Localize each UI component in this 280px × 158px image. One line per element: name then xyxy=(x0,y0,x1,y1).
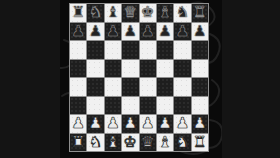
square-g3[interactable] xyxy=(174,97,190,115)
square-e1[interactable]: ♛ xyxy=(140,134,156,152)
black-pawn-piece: ♟ xyxy=(124,23,137,38)
black-rook-piece: ♜ xyxy=(193,5,206,20)
black-bishop-piece: ♝ xyxy=(106,5,119,20)
square-h6[interactable] xyxy=(192,41,208,59)
square-g5[interactable] xyxy=(174,60,190,78)
square-g1[interactable]: ♞ xyxy=(174,134,190,152)
square-a5[interactable] xyxy=(70,60,86,78)
square-c7[interactable]: ♟ xyxy=(105,23,121,41)
black-king-piece: ♚ xyxy=(141,5,154,20)
square-e2[interactable]: ♟ xyxy=(140,115,156,133)
square-b7[interactable]: ♟ xyxy=(87,23,103,41)
square-d5[interactable] xyxy=(122,60,138,78)
square-a1[interactable]: ♜ xyxy=(70,134,86,152)
square-b4[interactable] xyxy=(87,78,103,96)
white-king-piece: ♚ xyxy=(124,134,137,149)
square-f1[interactable]: ♝ xyxy=(157,134,173,152)
square-f2[interactable]: ♟ xyxy=(157,115,173,133)
square-c8[interactable]: ♝ xyxy=(105,4,121,22)
square-d8[interactable]: ♛ xyxy=(122,4,138,22)
square-f8[interactable]: ♝ xyxy=(157,4,173,22)
square-e6[interactable] xyxy=(140,41,156,59)
black-pawn-piece: ♟ xyxy=(158,23,171,38)
square-a8[interactable]: ♜ xyxy=(70,4,86,22)
square-c3[interactable] xyxy=(105,97,121,115)
square-c1[interactable]: ♝ xyxy=(105,134,121,152)
white-queen-piece: ♛ xyxy=(141,134,154,149)
white-pawn-piece: ♟ xyxy=(89,116,102,131)
square-c5[interactable] xyxy=(105,60,121,78)
chess-board: ♜♞♝♛♚♝♞♜♟♟♟♟♟♟♟♟♟♟♟♟♟♟♟♟♜♞♝♚♛♝♞♜ xyxy=(69,3,209,152)
square-e3[interactable] xyxy=(140,97,156,115)
square-b1[interactable]: ♞ xyxy=(87,134,103,152)
square-h8[interactable]: ♜ xyxy=(192,4,208,22)
square-d3[interactable] xyxy=(122,97,138,115)
square-g2[interactable]: ♟ xyxy=(174,115,190,133)
square-d4[interactable] xyxy=(122,78,138,96)
square-g8[interactable]: ♞ xyxy=(174,4,190,22)
letterbox-left xyxy=(0,0,60,158)
black-pawn-piece: ♟ xyxy=(106,23,119,38)
white-pawn-piece: ♟ xyxy=(141,116,154,131)
white-pawn-piece: ♟ xyxy=(176,116,189,131)
white-rook-piece: ♜ xyxy=(71,134,84,149)
square-f7[interactable]: ♟ xyxy=(157,23,173,41)
square-e7[interactable]: ♟ xyxy=(140,23,156,41)
square-c4[interactable] xyxy=(105,78,121,96)
black-rook-piece: ♜ xyxy=(71,5,84,20)
square-b2[interactable]: ♟ xyxy=(87,115,103,133)
white-rook-piece: ♜ xyxy=(193,134,206,149)
square-c2[interactable]: ♟ xyxy=(105,115,121,133)
square-h1[interactable]: ♜ xyxy=(192,134,208,152)
square-b5[interactable] xyxy=(87,60,103,78)
square-e5[interactable] xyxy=(140,60,156,78)
black-pawn-piece: ♟ xyxy=(141,23,154,38)
black-pawn-piece: ♟ xyxy=(176,23,189,38)
square-h2[interactable]: ♟ xyxy=(192,115,208,133)
square-b8[interactable]: ♞ xyxy=(87,4,103,22)
square-a4[interactable] xyxy=(70,78,86,96)
square-f4[interactable] xyxy=(157,78,173,96)
white-knight-piece: ♞ xyxy=(176,134,189,149)
square-a6[interactable] xyxy=(70,41,86,59)
white-pawn-piece: ♟ xyxy=(106,116,119,131)
square-f5[interactable] xyxy=(157,60,173,78)
black-queen-piece: ♛ xyxy=(124,5,137,20)
white-knight-piece: ♞ xyxy=(89,134,102,149)
square-g4[interactable] xyxy=(174,78,190,96)
square-d6[interactable] xyxy=(122,41,138,59)
square-e4[interactable] xyxy=(140,78,156,96)
square-h4[interactable] xyxy=(192,78,208,96)
white-bishop-piece: ♝ xyxy=(106,134,119,149)
square-f6[interactable] xyxy=(157,41,173,59)
black-bishop-piece: ♝ xyxy=(158,5,171,20)
black-pawn-piece: ♟ xyxy=(193,23,206,38)
white-bishop-piece: ♝ xyxy=(158,134,171,149)
square-a2[interactable]: ♟ xyxy=(70,115,86,133)
square-b3[interactable] xyxy=(87,97,103,115)
white-pawn-piece: ♟ xyxy=(71,116,84,131)
chess-photo-area: ♜♞♝♛♚♝♞♜♟♟♟♟♟♟♟♟♟♟♟♟♟♟♟♟♜♞♝♚♛♝♞♜ xyxy=(60,0,222,158)
square-f3[interactable] xyxy=(157,97,173,115)
white-pawn-piece: ♟ xyxy=(193,116,206,131)
screenshot-stage: ♜♞♝♛♚♝♞♜♟♟♟♟♟♟♟♟♟♟♟♟♟♟♟♟♜♞♝♚♛♝♞♜ xyxy=(0,0,280,158)
square-b6[interactable] xyxy=(87,41,103,59)
square-e8[interactable]: ♚ xyxy=(140,4,156,22)
square-d1[interactable]: ♚ xyxy=(122,134,138,152)
square-h7[interactable]: ♟ xyxy=(192,23,208,41)
square-h3[interactable] xyxy=(192,97,208,115)
square-g6[interactable] xyxy=(174,41,190,59)
white-pawn-piece: ♟ xyxy=(124,116,137,131)
square-d7[interactable]: ♟ xyxy=(122,23,138,41)
black-pawn-piece: ♟ xyxy=(71,23,84,38)
black-pawn-piece: ♟ xyxy=(89,23,102,38)
square-a3[interactable] xyxy=(70,97,86,115)
black-knight-piece: ♞ xyxy=(89,5,102,20)
square-h5[interactable] xyxy=(192,60,208,78)
square-a7[interactable]: ♟ xyxy=(70,23,86,41)
square-d2[interactable]: ♟ xyxy=(122,115,138,133)
letterbox-right xyxy=(222,0,280,158)
white-pawn-piece: ♟ xyxy=(158,116,171,131)
black-knight-piece: ♞ xyxy=(176,5,189,20)
square-g7[interactable]: ♟ xyxy=(174,23,190,41)
square-c6[interactable] xyxy=(105,41,121,59)
